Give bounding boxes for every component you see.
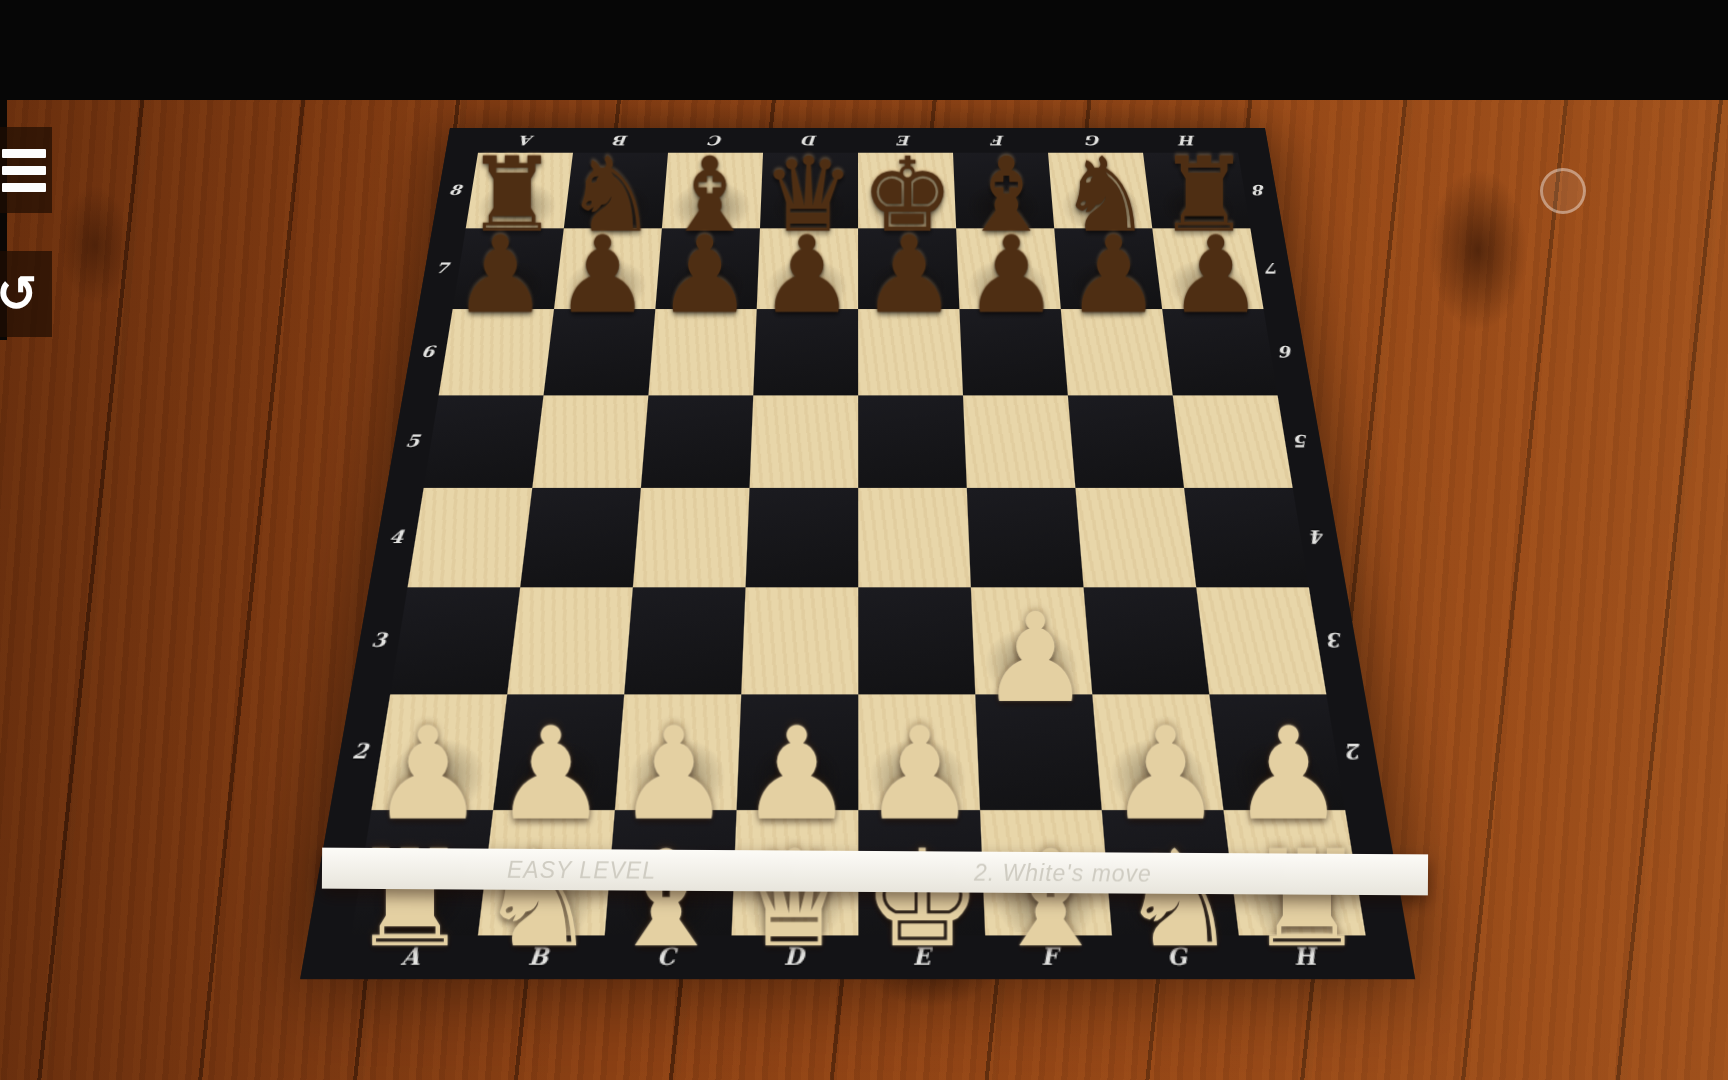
- pawn-glyph: ♟: [1108, 709, 1223, 837]
- rook-glyph: ♜: [1246, 832, 1366, 966]
- pawn-glyph: ♟: [759, 221, 855, 328]
- turn-indicator: 2. White's move: [974, 860, 1152, 888]
- board-scene: ABCDEFGH8877665544332211ABCDEFGH ♜♞♝♛♚♝♞…: [0, 0, 1728, 1080]
- piece-white-pawn-a2[interactable]: ♟: [371, 693, 507, 809]
- pawn-glyph: ♟: [452, 221, 548, 328]
- pawn-glyph: ♟: [739, 709, 854, 837]
- board-apron: EASY LEVEL 2. White's move: [322, 848, 1428, 896]
- hamburger-icon: [2, 183, 46, 192]
- pawn-glyph: ♟: [862, 709, 977, 837]
- hamburger-icon: [2, 166, 46, 175]
- piece-white-pawn-h2[interactable]: ♟: [1209, 693, 1345, 809]
- pawn-glyph: ♟: [861, 221, 957, 328]
- undo-icon: ↺: [0, 269, 38, 319]
- piece-white-pawn-e2[interactable]: ♟: [858, 693, 980, 809]
- pawn-glyph: ♟: [616, 709, 731, 837]
- piece-black-pawn-g7[interactable]: ♟: [1054, 227, 1162, 308]
- piece-white-pawn-g2[interactable]: ♟: [1092, 693, 1223, 809]
- pawn-glyph: ♟: [657, 221, 753, 328]
- piece-black-pawn-c7[interactable]: ♟: [655, 227, 760, 308]
- piece-black-pawn-f7[interactable]: ♟: [956, 227, 1061, 308]
- pawn-glyph: ♟: [1167, 221, 1263, 328]
- piece-white-pawn-c2[interactable]: ♟: [614, 693, 740, 809]
- piece-black-pawn-a7[interactable]: ♟: [452, 227, 563, 308]
- pawn-glyph: ♟: [370, 709, 485, 837]
- pawn-glyph: ♟: [1065, 221, 1161, 328]
- piece-white-pawn-b2[interactable]: ♟: [492, 693, 623, 809]
- pawn-glyph: ♟: [1230, 709, 1345, 837]
- view-control-icon[interactable]: [1540, 168, 1586, 214]
- piece-black-pawn-h7[interactable]: ♟: [1152, 227, 1263, 308]
- pawn-glyph: ♟: [554, 221, 650, 328]
- piece-black-pawn-e7[interactable]: ♟: [858, 227, 959, 308]
- piece-black-pawn-d7[interactable]: ♟: [756, 227, 857, 308]
- hamburger-icon: [2, 149, 46, 158]
- pawn-glyph: ♟: [963, 221, 1059, 328]
- menu-button[interactable]: [0, 127, 52, 213]
- piece-black-pawn-b7[interactable]: ♟: [553, 227, 661, 308]
- piece-white-pawn-d2[interactable]: ♟: [736, 693, 858, 809]
- level-label: EASY LEVEL: [507, 857, 656, 885]
- pawn-glyph: ♟: [980, 596, 1090, 719]
- undo-button[interactable]: ↺: [0, 251, 52, 337]
- piece-white-pawn-f3[interactable]: ♟: [970, 586, 1091, 693]
- pawn-glyph: ♟: [493, 709, 608, 837]
